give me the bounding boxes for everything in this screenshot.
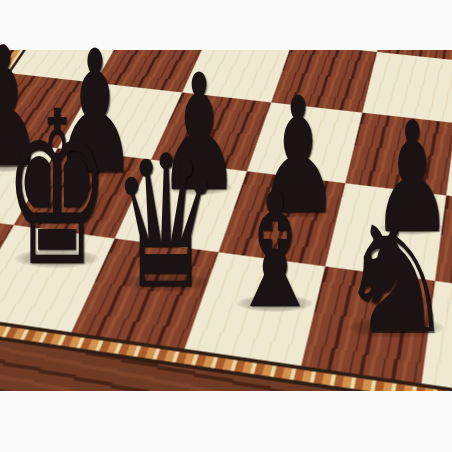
board-perspective-scene (0, 50, 452, 391)
product-photo-canvas: ♟♟♟♟♟♚♛♝♞ (0, 0, 452, 452)
chessboard (0, 50, 452, 391)
board-frame-rail (0, 50, 452, 391)
square-e3[interactable] (345, 113, 452, 196)
square-e4[interactable] (362, 52, 452, 123)
square-e1[interactable] (301, 266, 435, 383)
square-e2[interactable] (325, 183, 446, 281)
chessboard-photo (0, 50, 452, 391)
board-inlay-border (0, 50, 452, 391)
